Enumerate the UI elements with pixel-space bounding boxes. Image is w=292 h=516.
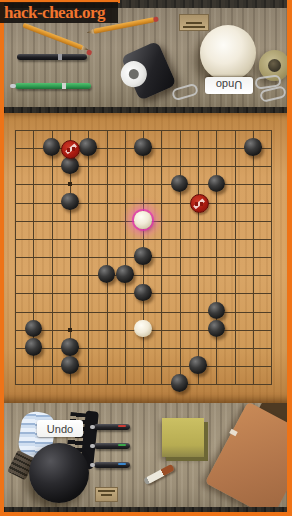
green-pen-icon (15, 83, 91, 89)
white-stone-bowl (200, 25, 256, 81)
black-stone (134, 247, 152, 265)
name-plaque (95, 487, 118, 502)
black-stone (208, 302, 226, 320)
grid-line (15, 366, 272, 367)
pencil-icon (22, 23, 84, 51)
frame-border (0, 0, 4, 516)
grid-line (15, 384, 272, 385)
black-stone (116, 265, 134, 283)
black-pen-icon (17, 54, 87, 60)
name-plaque (179, 14, 209, 31)
black-stone (244, 138, 262, 156)
player-undo-button[interactable]: Undo (37, 420, 83, 437)
white-stone-last-move (134, 211, 152, 229)
opponent-undo-button[interactable]: Undo (205, 77, 253, 94)
black-stone (43, 138, 61, 156)
folder-icon (214, 400, 292, 510)
pen-icon (94, 443, 130, 449)
black-stone (79, 138, 97, 156)
black-stone (61, 338, 79, 356)
forbidden-move-marker (61, 140, 80, 159)
gomoku-board[interactable] (0, 113, 292, 403)
grid-line (271, 130, 272, 385)
star-point (68, 328, 72, 332)
watermark-banner: hack-cheat.org (0, 2, 118, 23)
tape-dispenser-icon (112, 36, 180, 107)
frame-border (0, 512, 292, 516)
black-stone (208, 175, 226, 193)
frame-border (287, 0, 292, 516)
cigarette-icon (143, 464, 175, 485)
grid-line (253, 130, 254, 385)
black-stone (98, 265, 116, 283)
forbidden-move-marker (190, 194, 209, 213)
black-stone (208, 320, 226, 338)
pen-icon (94, 462, 130, 468)
black-stone (61, 157, 79, 175)
black-stone-bowl (29, 443, 89, 503)
sticky-note-pad (162, 418, 204, 457)
star-point (68, 182, 72, 186)
black-stone (25, 338, 43, 356)
pen-icon (94, 424, 130, 430)
black-stone (171, 374, 189, 392)
watermark-text: hack-cheat.org (0, 3, 105, 23)
black-stone (25, 320, 43, 338)
grid-line (15, 348, 272, 349)
player-desk-tray (0, 403, 292, 507)
black-stone (61, 193, 79, 211)
black-stone (61, 356, 79, 374)
app-screen: Undo Undo ha (0, 0, 292, 516)
black-stone (134, 138, 152, 156)
white-stone (134, 320, 152, 338)
black-stone (134, 284, 152, 302)
black-stone (171, 175, 189, 193)
black-stone (189, 356, 207, 374)
